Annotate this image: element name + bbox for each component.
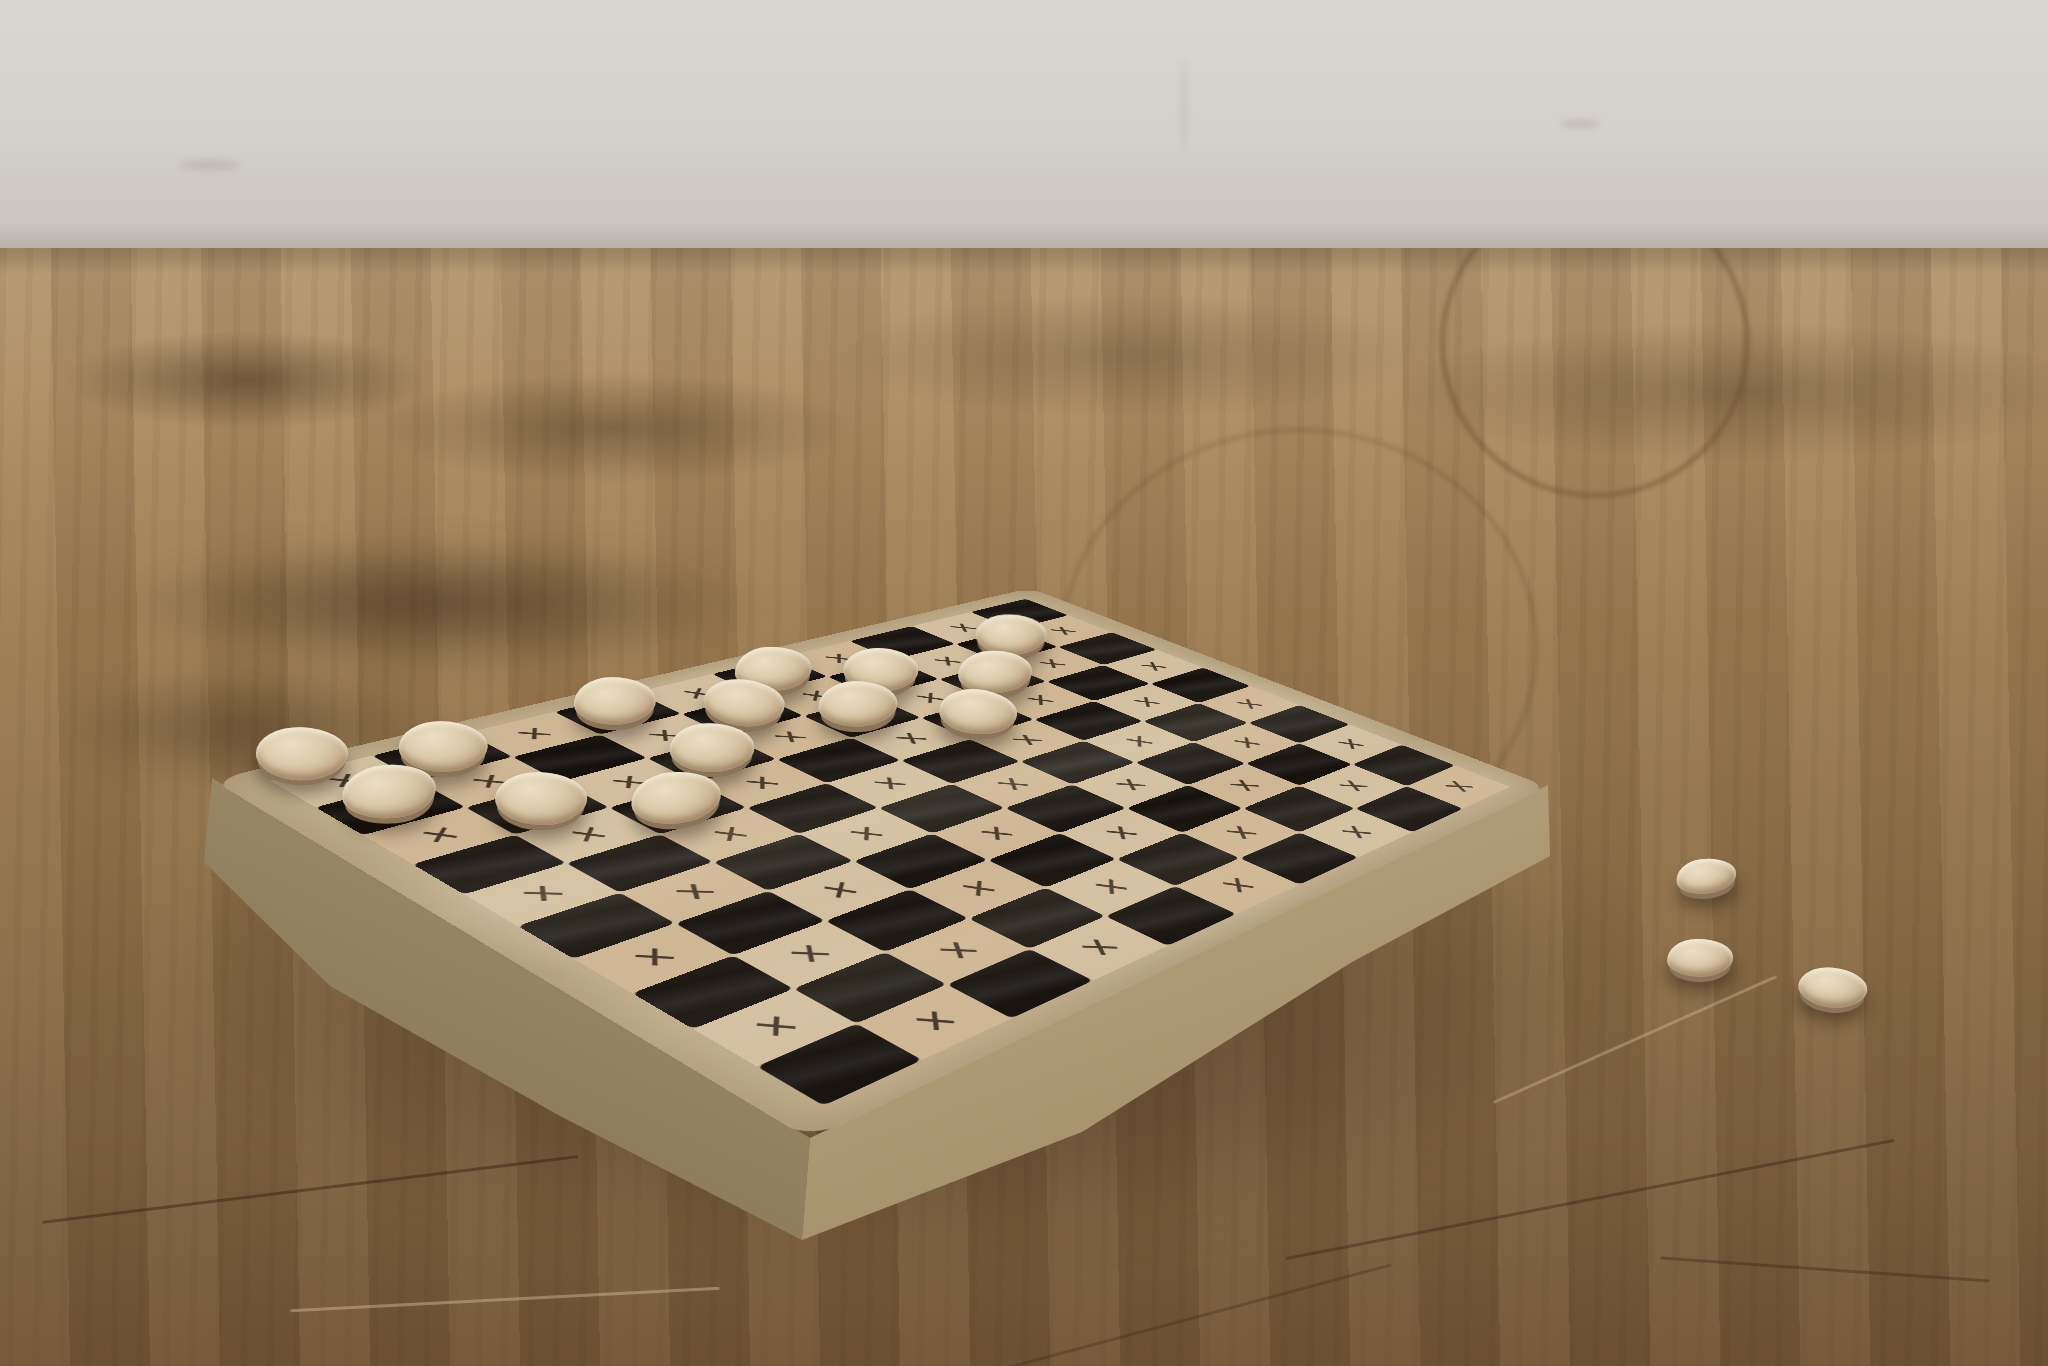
- piece-surface: [1136, 767, 1224, 825]
- x-mark: ✕: [761, 727, 819, 747]
- checker-piece-dark[interactable]: [1025, 772, 1109, 821]
- checker-piece-light[interactable]: [937, 686, 1018, 738]
- x-mark: ✕: [883, 729, 939, 749]
- checker-piece-dark[interactable]: [1039, 721, 1124, 776]
- x-mark: ✕: [1028, 656, 1076, 672]
- x-mark: ✕: [1081, 874, 1140, 901]
- piece-surface: [818, 938, 926, 1007]
- piece-surface: [628, 768, 723, 829]
- piece-surface: [1156, 689, 1234, 737]
- x-mark: ✕: [407, 822, 473, 849]
- piece-surface: [964, 936, 1068, 1000]
- checker-piece-dark[interactable]: [1156, 689, 1234, 737]
- piece-surface: [1039, 721, 1124, 776]
- checker-piece-light[interactable]: [494, 770, 588, 826]
- piece-surface: [784, 1017, 896, 1083]
- piece-surface: [1667, 938, 1733, 977]
- checker-piece-light[interactable]: [255, 726, 349, 783]
- piece-surface: [669, 723, 754, 772]
- checker-piece-light[interactable]: [628, 768, 723, 829]
- x-mark: ✕: [1093, 821, 1150, 845]
- scratch-mark: [290, 1287, 720, 1313]
- piece-surface: [1796, 964, 1869, 1011]
- scratch-mark: [1660, 1256, 1989, 1282]
- checker-piece-dark[interactable]: [892, 767, 984, 827]
- checker-piece-light[interactable]: [340, 761, 438, 823]
- checker-piece-light[interactable]: [669, 723, 754, 772]
- x-mark: ✕: [699, 822, 761, 847]
- x-mark: ✕: [1330, 821, 1383, 844]
- piece-surface: [1589, 905, 1660, 952]
- grime-patch: [120, 538, 760, 668]
- scene: ✕✕✕✕✕✕✕✕✕✕✕✕✕✕✕✕✕✕✕✕✕✕✕✕✕✕✕✕✕✕✕✕✕✕✕✕✕✕✕✕…: [0, 0, 2048, 1366]
- checker-piece-dark[interactable]: [1700, 876, 1769, 916]
- x-mark: ✕: [617, 941, 691, 973]
- x-mark: ✕: [505, 879, 579, 908]
- x-mark: ✕: [1214, 821, 1269, 844]
- checker-piece-dark[interactable]: [818, 938, 926, 1007]
- checker-piece-light[interactable]: [1796, 964, 1869, 1011]
- piece-surface: [340, 761, 438, 823]
- piece-surface: [880, 823, 973, 879]
- piece-surface: [986, 878, 1083, 938]
- piece-surface: [1005, 819, 1099, 880]
- piece-surface: [1025, 772, 1109, 821]
- piece-surface: [494, 770, 588, 826]
- checker-piece-dark[interactable]: [880, 823, 973, 879]
- checker-piece-dark[interactable]: [964, 936, 1068, 1000]
- checker-piece-dark[interactable]: [1136, 767, 1224, 825]
- checker-piece-dark[interactable]: [986, 878, 1083, 938]
- x-mark: ✕: [1016, 691, 1065, 709]
- piece-surface: [850, 873, 951, 936]
- x-mark: ✕: [1218, 775, 1270, 796]
- x-mark: ✕: [1130, 658, 1177, 674]
- wall-blemish: [1560, 120, 1600, 128]
- wall-crack: [1180, 60, 1188, 150]
- checker-piece-dark[interactable]: [784, 1017, 896, 1083]
- piece-surface: [817, 679, 898, 728]
- wall-blemish: [180, 160, 240, 170]
- piece-surface: [698, 875, 801, 939]
- piece-surface: [1261, 730, 1342, 781]
- piece-surface: [937, 686, 1018, 738]
- x-mark: ✕: [1435, 777, 1483, 797]
- checker-piece-dark[interactable]: [1589, 905, 1660, 952]
- x-mark: ✕: [1209, 872, 1266, 898]
- scratch-mark: [908, 1263, 1392, 1366]
- checker-piece-dark[interactable]: [698, 875, 801, 939]
- x-mark: ✕: [1040, 623, 1086, 638]
- piece-surface: [892, 767, 984, 827]
- x-mark: ✕: [732, 772, 792, 795]
- piece-surface: [701, 675, 786, 730]
- checker-piece-light[interactable]: [1667, 938, 1733, 977]
- checker-piece-dark[interactable]: [850, 873, 951, 936]
- checker-piece-dark[interactable]: [1261, 730, 1342, 781]
- checker-piece-light[interactable]: [817, 679, 898, 728]
- piece-surface: [1700, 876, 1769, 916]
- plaster-wall: [0, 0, 2048, 252]
- piece-surface: [255, 726, 349, 783]
- checker-piece-light[interactable]: [701, 675, 786, 730]
- x-mark: ✕: [899, 1004, 971, 1039]
- checker-piece-dark[interactable]: [1005, 819, 1099, 880]
